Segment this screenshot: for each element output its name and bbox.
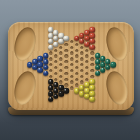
photo-background — [0, 0, 140, 140]
board-hole[interactable] — [85, 72, 88, 75]
board-hole[interactable] — [85, 49, 88, 52]
board-hole[interactable] — [49, 63, 52, 66]
marble-black[interactable] — [64, 88, 70, 94]
board-hole[interactable] — [49, 69, 52, 72]
board-hole[interactable] — [70, 40, 73, 43]
marble-yellow[interactable] — [90, 91, 96, 97]
board-hole[interactable] — [91, 63, 94, 66]
game-board — [8, 22, 134, 110]
board-hole[interactable] — [65, 55, 68, 58]
star-hole-field — [8, 22, 134, 110]
board-hole[interactable] — [65, 66, 68, 69]
board-hole[interactable] — [70, 63, 73, 66]
board-hole[interactable] — [75, 72, 78, 75]
board-hole[interactable] — [75, 60, 78, 63]
board-hole[interactable] — [59, 52, 62, 55]
board-hole[interactable] — [65, 49, 68, 52]
board-hole[interactable] — [91, 57, 94, 60]
board-hole[interactable] — [59, 75, 62, 78]
marble-red[interactable] — [90, 44, 96, 50]
board-hole[interactable] — [80, 46, 83, 49]
marble-blue[interactable] — [43, 53, 49, 59]
board-hole[interactable] — [54, 60, 57, 63]
board-hole[interactable] — [85, 60, 88, 63]
board-hole[interactable] — [70, 69, 73, 72]
marble-blue[interactable] — [43, 59, 49, 65]
board-hole[interactable] — [59, 63, 62, 66]
board-hole[interactable] — [80, 52, 83, 55]
marble-blue[interactable] — [43, 65, 49, 71]
board-hole[interactable] — [65, 43, 68, 46]
board-hole[interactable] — [75, 66, 78, 69]
board-hole[interactable] — [75, 84, 78, 87]
board-hole[interactable] — [91, 75, 94, 78]
marble-white[interactable] — [64, 36, 70, 42]
marble-yellow[interactable] — [90, 97, 96, 103]
board-hole[interactable] — [65, 72, 68, 75]
board-hole[interactable] — [80, 69, 83, 72]
board-hole[interactable] — [75, 43, 78, 46]
board-hole[interactable] — [70, 75, 73, 78]
board-hole[interactable] — [54, 72, 57, 75]
marble-red[interactable] — [90, 39, 96, 45]
board-hole[interactable] — [49, 52, 52, 55]
board-hole[interactable] — [54, 78, 57, 81]
board-hole[interactable] — [85, 78, 88, 81]
board-hole[interactable] — [75, 55, 78, 58]
board-hole[interactable] — [54, 55, 57, 58]
board-hole[interactable] — [59, 46, 62, 49]
board-hole[interactable] — [70, 52, 73, 55]
board-hole[interactable] — [49, 57, 52, 60]
board-hole[interactable] — [49, 75, 52, 78]
board-hole[interactable] — [65, 78, 68, 81]
board-hole[interactable] — [59, 69, 62, 72]
board-hole[interactable] — [59, 57, 62, 60]
board-hole[interactable] — [70, 46, 73, 49]
board-hole[interactable] — [80, 63, 83, 66]
marble-yellow[interactable] — [90, 79, 96, 85]
marble-red[interactable] — [90, 33, 96, 39]
board-hole[interactable] — [65, 84, 68, 87]
board-hole[interactable] — [91, 52, 94, 55]
board-hole[interactable] — [54, 49, 57, 52]
board-hole[interactable] — [75, 78, 78, 81]
board-hole[interactable] — [65, 60, 68, 63]
board-hole[interactable] — [80, 81, 83, 84]
board-hole[interactable] — [85, 66, 88, 69]
board-hole[interactable] — [54, 66, 57, 69]
board-hole[interactable] — [70, 57, 73, 60]
board-hole[interactable] — [80, 75, 83, 78]
marble-green[interactable] — [110, 62, 116, 68]
board-hole[interactable] — [75, 49, 78, 52]
board-hole[interactable] — [70, 86, 73, 89]
board-hole[interactable] — [80, 57, 83, 60]
board-hole[interactable] — [70, 81, 73, 84]
marble-red[interactable] — [90, 27, 96, 33]
marble-blue[interactable] — [43, 71, 49, 77]
board-hole[interactable] — [85, 55, 88, 58]
board-hole[interactable] — [59, 81, 62, 84]
board-hole[interactable] — [91, 69, 94, 72]
marble-yellow[interactable] — [90, 85, 96, 91]
